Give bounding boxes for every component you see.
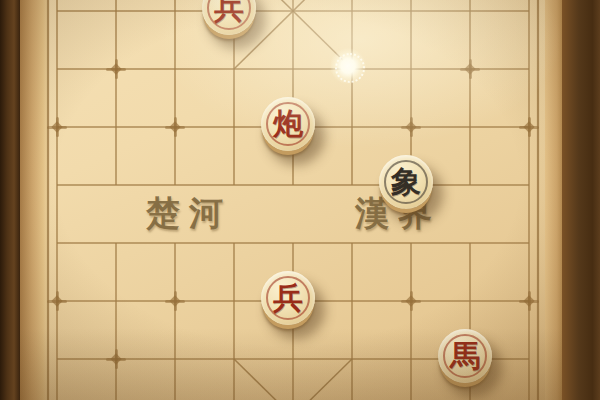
red-cannon[interactable]: 炮 bbox=[261, 97, 315, 151]
piece-glyph: 兵 bbox=[214, 0, 244, 23]
point-marker bbox=[401, 117, 421, 137]
board-grid bbox=[0, 0, 600, 400]
piece-glyph: 炮 bbox=[273, 109, 303, 139]
red-soldier[interactable]: 兵 bbox=[261, 271, 315, 325]
point-marker bbox=[460, 59, 480, 79]
point-marker bbox=[519, 291, 539, 311]
wood-frame-left bbox=[0, 0, 20, 400]
sparkle-effect bbox=[339, 57, 357, 75]
piece-glyph: 象 bbox=[391, 167, 421, 197]
point-marker bbox=[47, 117, 67, 137]
river-label-left: 楚河 bbox=[146, 196, 232, 232]
point-marker bbox=[165, 291, 185, 311]
point-marker bbox=[519, 117, 539, 137]
point-marker bbox=[106, 349, 126, 369]
point-marker bbox=[47, 291, 67, 311]
black-elephant[interactable]: 象 bbox=[379, 155, 433, 209]
piece-glyph: 兵 bbox=[273, 283, 303, 313]
wood-frame-right bbox=[562, 0, 600, 400]
point-marker bbox=[165, 117, 185, 137]
point-marker bbox=[401, 291, 421, 311]
piece-glyph: 馬 bbox=[450, 341, 480, 371]
point-marker bbox=[106, 59, 126, 79]
xiangqi-board: 楚河 漢界 兵炮象兵馬 bbox=[0, 0, 600, 400]
red-horse[interactable]: 馬 bbox=[438, 329, 492, 383]
